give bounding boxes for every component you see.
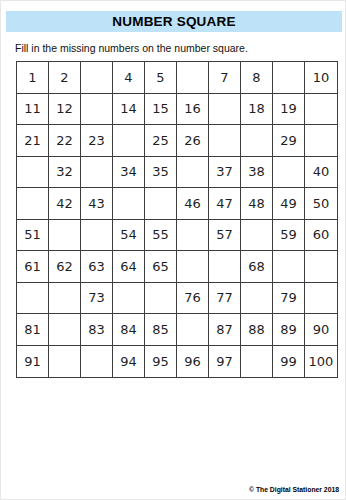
grid-cell-r3c8[interactable] xyxy=(241,125,273,157)
grid-cell-r4c6[interactable] xyxy=(177,157,209,189)
grid-cell-r8c9: 79 xyxy=(273,283,305,315)
grid-cell-r9c4: 84 xyxy=(113,314,145,346)
grid-cell-r10c4: 94 xyxy=(113,346,145,378)
grid-cell-r2c1: 11 xyxy=(17,94,49,126)
grid-cell-r5c5[interactable] xyxy=(145,188,177,220)
grid-cell-r4c2: 32 xyxy=(49,157,81,189)
grid-cell-r4c10: 40 xyxy=(305,157,337,189)
grid-cell-r9c6[interactable] xyxy=(177,314,209,346)
grid-cell-r2c6: 16 xyxy=(177,94,209,126)
grid-cell-r5c1[interactable] xyxy=(17,188,49,220)
grid-cell-r3c1: 21 xyxy=(17,125,49,157)
grid-cell-r9c2[interactable] xyxy=(49,314,81,346)
grid-cell-r4c1[interactable] xyxy=(17,157,49,189)
grid-cell-r7c3: 63 xyxy=(81,251,113,283)
grid-cell-r7c10[interactable] xyxy=(305,251,337,283)
grid-cell-r3c5: 25 xyxy=(145,125,177,157)
grid-cell-r10c10: 100 xyxy=(305,346,337,378)
grid-cell-r8c7: 77 xyxy=(209,283,241,315)
grid-cell-r3c4[interactable] xyxy=(113,125,145,157)
grid-cell-r4c5: 35 xyxy=(145,157,177,189)
grid-cell-r6c7: 57 xyxy=(209,220,241,252)
grid-cell-r3c6: 26 xyxy=(177,125,209,157)
grid-cell-r3c7[interactable] xyxy=(209,125,241,157)
grid-cell-r7c5: 65 xyxy=(145,251,177,283)
grid-cell-r2c2: 12 xyxy=(49,94,81,126)
grid-cell-r7c6[interactable] xyxy=(177,251,209,283)
grid-cell-r1c2: 2 xyxy=(49,62,81,94)
grid-cell-r10c9: 99 xyxy=(273,346,305,378)
grid-cell-r6c1: 51 xyxy=(17,220,49,252)
grid-cell-r9c5: 85 xyxy=(145,314,177,346)
grid-cell-r8c4[interactable] xyxy=(113,283,145,315)
grid-cell-r8c10[interactable] xyxy=(305,283,337,315)
grid-cell-r4c8: 38 xyxy=(241,157,273,189)
grid-cell-r8c2[interactable] xyxy=(49,283,81,315)
grid-cell-r8c5[interactable] xyxy=(145,283,177,315)
grid-cell-r2c4: 14 xyxy=(113,94,145,126)
grid-cell-r1c5: 5 xyxy=(145,62,177,94)
grid-cell-r8c8[interactable] xyxy=(241,283,273,315)
grid-cell-r4c7: 37 xyxy=(209,157,241,189)
grid-cell-r1c8: 8 xyxy=(241,62,273,94)
grid-cell-r1c7: 7 xyxy=(209,62,241,94)
grid-cell-r3c9: 29 xyxy=(273,125,305,157)
grid-cell-r5c6: 46 xyxy=(177,188,209,220)
grid-cell-r9c10: 90 xyxy=(305,314,337,346)
grid-cell-r6c9: 59 xyxy=(273,220,305,252)
grid-cell-r9c9: 89 xyxy=(273,314,305,346)
grid-cell-r1c4: 4 xyxy=(113,62,145,94)
grid-cell-r3c3: 23 xyxy=(81,125,113,157)
grid-cell-r9c1: 81 xyxy=(17,314,49,346)
grid-cell-r7c2: 62 xyxy=(49,251,81,283)
grid-cell-r2c9: 19 xyxy=(273,94,305,126)
grid-cell-r6c5: 55 xyxy=(145,220,177,252)
title-bar: NUMBER SQUARE xyxy=(6,11,342,32)
grid-cell-r10c7: 97 xyxy=(209,346,241,378)
grid-cell-r10c5: 95 xyxy=(145,346,177,378)
grid-cell-r1c9[interactable] xyxy=(273,62,305,94)
grid-cell-r7c7[interactable] xyxy=(209,251,241,283)
grid-cell-r10c1: 91 xyxy=(17,346,49,378)
grid-cell-r5c3: 43 xyxy=(81,188,113,220)
grid-cell-r8c1[interactable] xyxy=(17,283,49,315)
grid-cell-r6c4: 54 xyxy=(113,220,145,252)
grid-cell-r4c3[interactable] xyxy=(81,157,113,189)
grid-cell-r8c3: 73 xyxy=(81,283,113,315)
grid-cell-r3c10[interactable] xyxy=(305,125,337,157)
grid-cell-r1c10: 10 xyxy=(305,62,337,94)
grid-cell-r5c4[interactable] xyxy=(113,188,145,220)
grid-cell-r4c4: 34 xyxy=(113,157,145,189)
grid-cell-r5c7: 47 xyxy=(209,188,241,220)
grid-cell-r7c8: 68 xyxy=(241,251,273,283)
grid-cell-r2c7[interactable] xyxy=(209,94,241,126)
number-grid: 1245781011121415161819212223252629323435… xyxy=(16,61,338,378)
grid-cell-r4c9[interactable] xyxy=(273,157,305,189)
grid-cell-r1c1: 1 xyxy=(17,62,49,94)
grid-cell-r2c3[interactable] xyxy=(81,94,113,126)
copyright-text: © The Digital Stationer 2018 xyxy=(249,486,339,493)
instruction-text: Fill in the missing numbers on the numbe… xyxy=(15,42,248,54)
grid-cell-r2c8: 18 xyxy=(241,94,273,126)
grid-cell-r5c10: 50 xyxy=(305,188,337,220)
grid-cell-r5c2: 42 xyxy=(49,188,81,220)
grid-cell-r3c2: 22 xyxy=(49,125,81,157)
grid-cell-r6c6[interactable] xyxy=(177,220,209,252)
grid-cell-r9c8: 88 xyxy=(241,314,273,346)
grid-cell-r7c9[interactable] xyxy=(273,251,305,283)
grid-cell-r6c3[interactable] xyxy=(81,220,113,252)
grid-cell-r1c3[interactable] xyxy=(81,62,113,94)
grid-cell-r5c9: 49 xyxy=(273,188,305,220)
grid-cell-r10c8[interactable] xyxy=(241,346,273,378)
grid-cell-r10c2[interactable] xyxy=(49,346,81,378)
page-title: NUMBER SQUARE xyxy=(112,14,235,29)
grid-cell-r5c8: 48 xyxy=(241,188,273,220)
worksheet-page: NUMBER SQUARE Fill in the missing number… xyxy=(0,0,346,500)
grid-cell-r6c8[interactable] xyxy=(241,220,273,252)
grid-cell-r7c1: 61 xyxy=(17,251,49,283)
grid-cell-r9c3: 83 xyxy=(81,314,113,346)
grid-cell-r2c10[interactable] xyxy=(305,94,337,126)
grid-cell-r8c6: 76 xyxy=(177,283,209,315)
grid-cell-r10c6: 96 xyxy=(177,346,209,378)
grid-cell-r2c5: 15 xyxy=(145,94,177,126)
grid-cell-r6c2[interactable] xyxy=(49,220,81,252)
grid-cell-r10c3[interactable] xyxy=(81,346,113,378)
grid-cell-r7c4: 64 xyxy=(113,251,145,283)
grid-cell-r9c7: 87 xyxy=(209,314,241,346)
grid-cell-r1c6[interactable] xyxy=(177,62,209,94)
grid-cell-r6c10: 60 xyxy=(305,220,337,252)
